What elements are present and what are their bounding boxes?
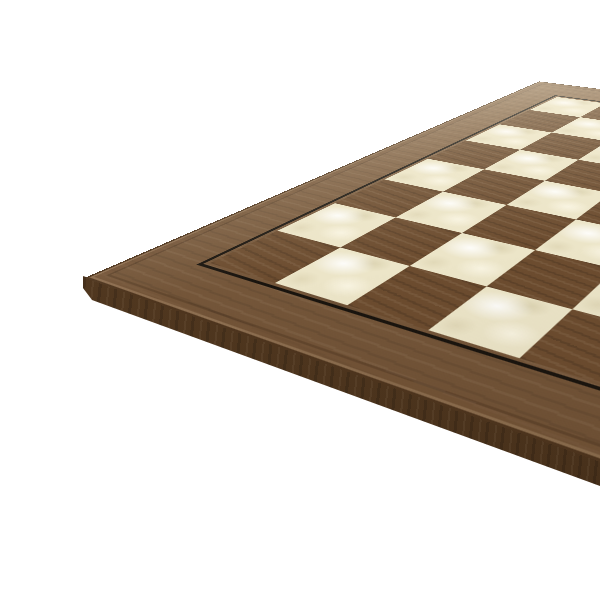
chess-board: [85, 81, 600, 600]
scene: [0, 0, 600, 600]
